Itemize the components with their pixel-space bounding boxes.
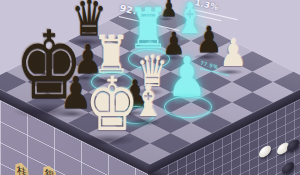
shogi-piece: 桂 [13, 159, 31, 175]
shogi-piece: 銀 [41, 162, 59, 175]
go-stone-white [259, 143, 271, 159]
go-stone-black [287, 137, 299, 153]
white-king: ♚ [85, 66, 139, 144]
hologram-pawn: ♟ [167, 49, 207, 107]
alphazero-board-render: 桂銀歩歩 ♟♛♜♝♟♟♟♟♜♛♟♚♟♟♝♚ 92.1% 1.3% 77.9% [0, 0, 300, 175]
white-pawn: ♟ [219, 34, 247, 74]
go-stone-black [282, 160, 294, 175]
